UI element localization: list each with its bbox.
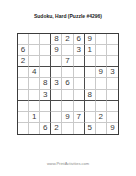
sudoku-cell-r8c4 (51, 112, 62, 123)
sudoku-cell-r2c7: 1 (85, 45, 96, 56)
sudoku-cell-r9c5 (62, 123, 73, 134)
sudoku-cell-r4c8: 9 (96, 67, 107, 78)
sudoku-cell-r9c3: 6 (40, 123, 51, 134)
sudoku-cell-r5c1 (18, 78, 29, 89)
sudoku-cell-r8c3 (40, 112, 51, 123)
sudoku-cell-r9c1 (18, 123, 29, 134)
sudoku-cell-r2c8 (96, 45, 107, 56)
sudoku-cell-r4c5 (62, 67, 73, 78)
sudoku-cell-r3c6 (74, 56, 85, 67)
sudoku-cell-r8c8: 2 (96, 112, 107, 123)
sudoku-cell-r7c4 (51, 101, 62, 112)
sudoku-cell-r7c7 (85, 101, 96, 112)
sudoku-cell-r2c3 (40, 45, 51, 56)
sudoku-cell-r5c5: 6 (62, 78, 73, 89)
sudoku-cell-r8c2: 1 (29, 112, 40, 123)
sudoku-cell-r2c9 (107, 45, 118, 56)
sudoku-cell-r6c4 (51, 90, 62, 101)
sudoku-cell-r8c7 (85, 112, 96, 123)
sudoku-cell-r8c5: 9 (62, 112, 73, 123)
sudoku-cell-r1c3 (40, 34, 51, 45)
footer-site-url: www.PrintActivities.com (0, 161, 136, 166)
sudoku-cell-r2c4: 9 (51, 45, 62, 56)
sudoku-cell-r6c6 (74, 90, 85, 101)
sudoku-cell-r7c1 (18, 101, 29, 112)
sudoku-cell-r9c8 (96, 123, 107, 134)
sudoku-cell-r4c9: 3 (107, 67, 118, 78)
sudoku-cell-r7c6 (74, 101, 85, 112)
sudoku-cell-r4c2: 4 (29, 67, 40, 78)
sudoku-cell-r7c9 (107, 101, 118, 112)
sudoku-cell-r4c6 (74, 67, 85, 78)
sudoku-cell-r1c9 (107, 34, 118, 45)
sudoku-cell-r1c2 (29, 34, 40, 45)
sudoku-cell-r3c1: 2 (18, 56, 29, 67)
sudoku-cell-r2c5 (62, 45, 73, 56)
sudoku-grid: 82696931274938363819726259 (17, 33, 119, 135)
sudoku-cell-r1c4: 8 (51, 34, 62, 45)
sudoku-cell-r9c9: 9 (107, 123, 118, 134)
sudoku-cell-r3c9 (107, 56, 118, 67)
sudoku-cell-r5c8 (96, 78, 107, 89)
sudoku-cell-r1c8 (96, 34, 107, 45)
sudoku-cell-r3c5: 7 (62, 56, 73, 67)
sudoku-cell-r9c6 (74, 123, 85, 134)
sudoku-cell-r5c2 (29, 78, 40, 89)
sudoku-cell-r7c2 (29, 101, 40, 112)
sudoku-cell-r4c4 (51, 67, 62, 78)
sudoku-cell-r9c7: 5 (85, 123, 96, 134)
sudoku-cell-r4c1 (18, 67, 29, 78)
sudoku-cell-r1c1 (18, 34, 29, 45)
sudoku-cell-r2c2 (29, 45, 40, 56)
sudoku-cell-r5c9 (107, 78, 118, 89)
sudoku-cell-r5c3: 8 (40, 78, 51, 89)
sudoku-cell-r7c5 (62, 101, 73, 112)
sudoku-cell-r3c8 (96, 56, 107, 67)
sudoku-cell-r8c6: 7 (74, 112, 85, 123)
sudoku-cell-r6c3: 3 (40, 90, 51, 101)
sudoku-cell-r1c7: 9 (85, 34, 96, 45)
page-title: Sudoku, Hard (Puzzle #4296) (0, 13, 136, 19)
sudoku-cell-r6c5 (62, 90, 73, 101)
sudoku-cell-r1c5: 2 (62, 34, 73, 45)
sudoku-cell-r1c6: 6 (74, 34, 85, 45)
sudoku-cell-r3c7 (85, 56, 96, 67)
sudoku-cell-r5c6 (74, 78, 85, 89)
sudoku-cell-r3c2 (29, 56, 40, 67)
sudoku-cell-r9c2 (29, 123, 40, 134)
sudoku-cell-r5c7 (85, 78, 96, 89)
sudoku-cell-r6c8 (96, 90, 107, 101)
sudoku-cell-r6c2 (29, 90, 40, 101)
sudoku-cell-r6c9 (107, 90, 118, 101)
sudoku-cell-r6c1 (18, 90, 29, 101)
sudoku-cell-r3c4 (51, 56, 62, 67)
sudoku-cell-r4c3 (40, 67, 51, 78)
sudoku-cell-r8c9 (107, 112, 118, 123)
sudoku-cell-r3c3 (40, 56, 51, 67)
sudoku-cell-r2c6: 3 (74, 45, 85, 56)
sudoku-cell-r5c4: 3 (51, 78, 62, 89)
sudoku-cell-r7c3 (40, 101, 51, 112)
sudoku-cell-r9c4: 2 (51, 123, 62, 134)
sudoku-cell-r4c7 (85, 67, 96, 78)
sudoku-cell-r2c1: 6 (18, 45, 29, 56)
sudoku-cell-r7c8 (96, 101, 107, 112)
sudoku-cell-r8c1 (18, 112, 29, 123)
sudoku-cell-r6c7: 8 (85, 90, 96, 101)
